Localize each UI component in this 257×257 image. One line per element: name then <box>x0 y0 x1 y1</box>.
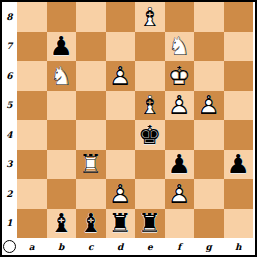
square-d2[interactable]: ♟♙ <box>106 179 136 209</box>
white-rook-icon: ♖ <box>79 151 102 177</box>
piece-black-bishop: ♝ <box>47 209 77 239</box>
square-b4[interactable] <box>47 120 77 150</box>
square-h1[interactable] <box>224 209 254 239</box>
piece-black-king: ♚ <box>135 120 165 150</box>
square-c3[interactable]: ♜♖ <box>76 150 106 180</box>
black-pawn-icon: ♟ <box>168 151 191 177</box>
square-b8[interactable] <box>47 2 77 32</box>
piece-white-knight: ♞♘ <box>47 61 77 91</box>
square-b2[interactable] <box>47 179 77 209</box>
square-h7[interactable] <box>224 32 254 62</box>
chess-diagram: 87654321 ♝♗♟♞♘♞♘♟♙♚♔♝♗♟♙♟♙♚♜♖♟♟♟♙♟♙♝♝♜♜ … <box>0 0 257 257</box>
piece-white-king: ♚♔ <box>165 61 195 91</box>
square-c2[interactable] <box>76 179 106 209</box>
black-king-icon: ♚ <box>138 122 161 148</box>
square-a8[interactable] <box>17 2 47 32</box>
square-f4[interactable] <box>165 120 195 150</box>
piece-white-rook: ♜♖ <box>76 150 106 180</box>
white-pawn-icon: ♙ <box>168 181 191 207</box>
chess-board: ♝♗♟♞♘♞♘♟♙♚♔♝♗♟♙♟♙♚♜♖♟♟♟♙♟♙♝♝♜♜ <box>17 2 253 238</box>
rank-label-1: 1 <box>2 209 17 239</box>
square-d3[interactable] <box>106 150 136 180</box>
square-g3[interactable] <box>194 150 224 180</box>
white-knight-icon: ♘ <box>50 63 73 89</box>
square-g2[interactable] <box>194 179 224 209</box>
square-h6[interactable] <box>224 61 254 91</box>
square-a1[interactable] <box>17 209 47 239</box>
piece-black-pawn: ♟ <box>165 150 195 180</box>
piece-white-pawn: ♟♙ <box>165 179 195 209</box>
file-label-g: g <box>194 238 224 255</box>
square-h4[interactable] <box>224 120 254 150</box>
black-bishop-icon: ♝ <box>79 210 102 236</box>
white-bishop-icon: ♗ <box>138 4 161 30</box>
rank-label-4: 4 <box>2 120 17 150</box>
black-pawn-icon: ♟ <box>227 151 250 177</box>
piece-black-rook: ♜ <box>135 209 165 239</box>
square-d6[interactable]: ♟♙ <box>106 61 136 91</box>
square-b7[interactable]: ♟ <box>47 32 77 62</box>
file-label-b: b <box>47 238 77 255</box>
square-e7[interactable] <box>135 32 165 62</box>
square-f1[interactable] <box>165 209 195 239</box>
white-knight-icon: ♘ <box>168 33 191 59</box>
file-labels: abcdefgh <box>17 238 253 255</box>
white-pawn-icon: ♙ <box>109 181 132 207</box>
black-pawn-icon: ♟ <box>50 33 73 59</box>
turn-indicator-white <box>3 240 16 253</box>
square-b3[interactable] <box>47 150 77 180</box>
square-f7[interactable]: ♞♘ <box>165 32 195 62</box>
rank-label-3: 3 <box>2 150 17 180</box>
square-b1[interactable]: ♝ <box>47 209 77 239</box>
square-f6[interactable]: ♚♔ <box>165 61 195 91</box>
square-c7[interactable] <box>76 32 106 62</box>
piece-white-pawn: ♟♙ <box>194 91 224 121</box>
file-label-a: a <box>17 238 47 255</box>
black-rook-icon: ♜ <box>138 210 161 236</box>
square-h2[interactable] <box>224 179 254 209</box>
black-rook-icon: ♜ <box>109 210 132 236</box>
square-e4[interactable]: ♚ <box>135 120 165 150</box>
rank-label-8: 8 <box>2 2 17 32</box>
square-f8[interactable] <box>165 2 195 32</box>
square-b5[interactable] <box>47 91 77 121</box>
piece-black-pawn: ♟ <box>224 150 254 180</box>
square-d4[interactable] <box>106 120 136 150</box>
piece-white-pawn: ♟♙ <box>165 91 195 121</box>
square-h5[interactable] <box>224 91 254 121</box>
white-bishop-icon: ♗ <box>138 92 161 118</box>
square-c6[interactable] <box>76 61 106 91</box>
square-g4[interactable] <box>194 120 224 150</box>
piece-white-bishop: ♝♗ <box>135 91 165 121</box>
square-g6[interactable] <box>194 61 224 91</box>
square-b6[interactable]: ♞♘ <box>47 61 77 91</box>
white-pawn-icon: ♙ <box>109 63 132 89</box>
square-e6[interactable] <box>135 61 165 91</box>
rank-label-2: 2 <box>2 179 17 209</box>
black-bishop-icon: ♝ <box>50 210 73 236</box>
square-e1[interactable]: ♜ <box>135 209 165 239</box>
piece-white-pawn: ♟♙ <box>106 61 136 91</box>
square-c5[interactable] <box>76 91 106 121</box>
rank-labels: 87654321 <box>2 2 17 238</box>
rank-label-5: 5 <box>2 91 17 121</box>
piece-white-knight: ♞♘ <box>165 32 195 62</box>
square-a2[interactable] <box>17 179 47 209</box>
piece-black-rook: ♜ <box>106 209 136 239</box>
square-c1[interactable]: ♝ <box>76 209 106 239</box>
square-h8[interactable] <box>224 2 254 32</box>
white-pawn-icon: ♙ <box>168 92 191 118</box>
square-f3[interactable]: ♟ <box>165 150 195 180</box>
file-label-d: d <box>106 238 136 255</box>
square-e5[interactable]: ♝♗ <box>135 91 165 121</box>
square-c4[interactable] <box>76 120 106 150</box>
square-g7[interactable] <box>194 32 224 62</box>
square-d5[interactable] <box>106 91 136 121</box>
file-label-c: c <box>76 238 106 255</box>
square-e2[interactable] <box>135 179 165 209</box>
square-a6[interactable] <box>17 61 47 91</box>
file-label-h: h <box>224 238 254 255</box>
square-d1[interactable]: ♜ <box>106 209 136 239</box>
piece-white-pawn: ♟♙ <box>106 179 136 209</box>
square-f5[interactable]: ♟♙ <box>165 91 195 121</box>
square-a7[interactable] <box>17 32 47 62</box>
piece-black-pawn: ♟ <box>47 32 77 62</box>
file-label-f: f <box>165 238 195 255</box>
file-label-e: e <box>135 238 165 255</box>
square-f2[interactable]: ♟♙ <box>165 179 195 209</box>
square-g5[interactable]: ♟♙ <box>194 91 224 121</box>
square-a3[interactable] <box>17 150 47 180</box>
square-a5[interactable] <box>17 91 47 121</box>
rank-label-7: 7 <box>2 32 17 62</box>
square-g1[interactable] <box>194 209 224 239</box>
white-pawn-icon: ♙ <box>197 92 220 118</box>
square-e8[interactable]: ♝♗ <box>135 2 165 32</box>
piece-white-bishop: ♝♗ <box>135 2 165 32</box>
square-c8[interactable] <box>76 2 106 32</box>
square-e3[interactable] <box>135 150 165 180</box>
rank-label-6: 6 <box>2 61 17 91</box>
square-a4[interactable] <box>17 120 47 150</box>
square-h3[interactable]: ♟ <box>224 150 254 180</box>
square-g8[interactable] <box>194 2 224 32</box>
white-king-icon: ♔ <box>168 63 191 89</box>
square-d7[interactable] <box>106 32 136 62</box>
piece-black-bishop: ♝ <box>76 209 106 239</box>
square-d8[interactable] <box>106 2 136 32</box>
